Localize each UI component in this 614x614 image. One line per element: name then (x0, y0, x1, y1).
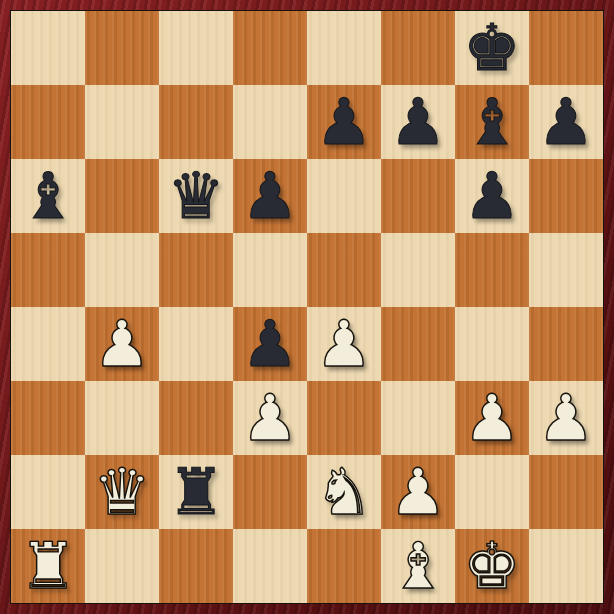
piece-white-pawn[interactable]: ♟ (241, 381, 298, 455)
square-d4[interactable]: ♟ (233, 307, 307, 381)
square-c1[interactable] (159, 529, 233, 603)
square-b2[interactable]: ♛ (85, 455, 159, 529)
square-f5[interactable] (381, 233, 455, 307)
square-a5[interactable] (11, 233, 85, 307)
piece-black-pawn[interactable]: ♟ (389, 85, 446, 159)
square-d1[interactable] (233, 529, 307, 603)
square-g8[interactable]: ♚ (455, 11, 529, 85)
square-e1[interactable] (307, 529, 381, 603)
square-c4[interactable] (159, 307, 233, 381)
square-c7[interactable] (159, 85, 233, 159)
square-e4[interactable]: ♟ (307, 307, 381, 381)
square-d3[interactable]: ♟ (233, 381, 307, 455)
piece-black-bishop[interactable]: ♝ (19, 159, 76, 233)
square-h3[interactable]: ♟ (529, 381, 603, 455)
square-e3[interactable] (307, 381, 381, 455)
square-f2[interactable]: ♟ (381, 455, 455, 529)
square-c2[interactable]: ♜ (159, 455, 233, 529)
square-a1[interactable]: ♜ (11, 529, 85, 603)
square-h2[interactable] (529, 455, 603, 529)
square-a2[interactable] (11, 455, 85, 529)
piece-white-pawn[interactable]: ♟ (93, 307, 150, 381)
square-g1[interactable]: ♚ (455, 529, 529, 603)
piece-black-pawn[interactable]: ♟ (463, 159, 520, 233)
square-a6[interactable]: ♝ (11, 159, 85, 233)
piece-black-rook[interactable]: ♜ (167, 455, 224, 529)
square-f7[interactable]: ♟ (381, 85, 455, 159)
square-b3[interactable] (85, 381, 159, 455)
piece-white-knight[interactable]: ♞ (315, 455, 372, 529)
piece-black-pawn[interactable]: ♟ (241, 307, 298, 381)
square-c6[interactable]: ♛ (159, 159, 233, 233)
square-f6[interactable] (381, 159, 455, 233)
square-e7[interactable]: ♟ (307, 85, 381, 159)
piece-black-pawn[interactable]: ♟ (315, 85, 372, 159)
square-h1[interactable] (529, 529, 603, 603)
piece-black-queen[interactable]: ♛ (167, 159, 224, 233)
square-e6[interactable] (307, 159, 381, 233)
square-b7[interactable] (85, 85, 159, 159)
square-c3[interactable] (159, 381, 233, 455)
piece-white-rook[interactable]: ♜ (19, 529, 76, 603)
square-h7[interactable]: ♟ (529, 85, 603, 159)
piece-white-pawn[interactable]: ♟ (537, 381, 594, 455)
square-h5[interactable] (529, 233, 603, 307)
piece-white-king[interactable]: ♚ (463, 529, 520, 603)
square-g7[interactable]: ♝ (455, 85, 529, 159)
piece-black-king[interactable]: ♚ (463, 11, 520, 85)
square-g5[interactable] (455, 233, 529, 307)
square-e2[interactable]: ♞ (307, 455, 381, 529)
square-g6[interactable]: ♟ (455, 159, 529, 233)
square-b6[interactable] (85, 159, 159, 233)
square-d8[interactable] (233, 11, 307, 85)
square-e8[interactable] (307, 11, 381, 85)
square-h6[interactable] (529, 159, 603, 233)
square-a4[interactable] (11, 307, 85, 381)
piece-white-pawn[interactable]: ♟ (389, 455, 446, 529)
piece-white-pawn[interactable]: ♟ (315, 307, 372, 381)
square-d2[interactable] (233, 455, 307, 529)
square-f3[interactable] (381, 381, 455, 455)
board-frame: ♚♟♟♝♟♝♛♟♟♟♟♟♟♟♟♛♜♞♟♜♝♚ (0, 0, 614, 614)
square-b5[interactable] (85, 233, 159, 307)
square-h8[interactable] (529, 11, 603, 85)
piece-white-queen[interactable]: ♛ (93, 455, 150, 529)
square-f8[interactable] (381, 11, 455, 85)
square-b4[interactable]: ♟ (85, 307, 159, 381)
piece-white-pawn[interactable]: ♟ (463, 381, 520, 455)
square-d7[interactable] (233, 85, 307, 159)
square-b1[interactable] (85, 529, 159, 603)
square-a8[interactable] (11, 11, 85, 85)
square-b8[interactable] (85, 11, 159, 85)
piece-black-pawn[interactable]: ♟ (537, 85, 594, 159)
square-g4[interactable] (455, 307, 529, 381)
piece-white-bishop[interactable]: ♝ (389, 529, 446, 603)
chess-board: ♚♟♟♝♟♝♛♟♟♟♟♟♟♟♟♛♜♞♟♜♝♚ (10, 10, 604, 604)
square-a3[interactable] (11, 381, 85, 455)
square-f1[interactable]: ♝ (381, 529, 455, 603)
square-d5[interactable] (233, 233, 307, 307)
square-f4[interactable] (381, 307, 455, 381)
piece-black-bishop[interactable]: ♝ (463, 85, 520, 159)
square-g2[interactable] (455, 455, 529, 529)
square-a7[interactable] (11, 85, 85, 159)
square-g3[interactable]: ♟ (455, 381, 529, 455)
piece-black-pawn[interactable]: ♟ (241, 159, 298, 233)
square-c5[interactable] (159, 233, 233, 307)
square-c8[interactable] (159, 11, 233, 85)
square-d6[interactable]: ♟ (233, 159, 307, 233)
square-e5[interactable] (307, 233, 381, 307)
square-h4[interactable] (529, 307, 603, 381)
